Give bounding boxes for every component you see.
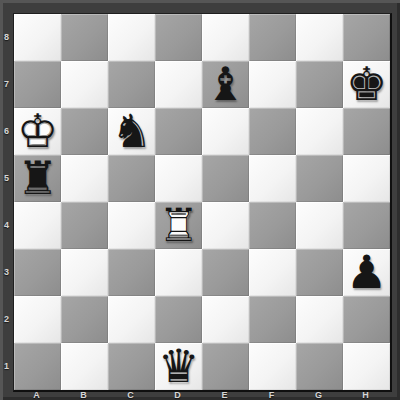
file-label-b: B xyxy=(60,390,107,400)
black-piece-glyph: ♝ xyxy=(202,61,249,108)
square-d5[interactable] xyxy=(155,155,202,202)
square-g8[interactable] xyxy=(296,14,343,61)
square-e2[interactable] xyxy=(202,296,249,343)
square-h6[interactable] xyxy=(343,108,390,155)
square-g7[interactable] xyxy=(296,61,343,108)
rank-label-4: 4 xyxy=(0,201,13,248)
square-a1[interactable] xyxy=(14,343,61,390)
rank-label-8: 8 xyxy=(0,13,13,60)
square-b8[interactable] xyxy=(61,14,108,61)
square-b1[interactable] xyxy=(61,343,108,390)
piece-black-queen-d1[interactable]: ♛ xyxy=(155,343,202,390)
square-b5[interactable] xyxy=(61,155,108,202)
square-f3[interactable] xyxy=(249,249,296,296)
square-e5[interactable] xyxy=(202,155,249,202)
square-b4[interactable] xyxy=(61,202,108,249)
rank-label-1: 1 xyxy=(0,342,13,389)
square-b7[interactable] xyxy=(61,61,108,108)
file-label-c: C xyxy=(107,390,154,400)
black-piece-glyph: ♞ xyxy=(108,108,155,155)
square-c4[interactable] xyxy=(108,202,155,249)
square-d2[interactable] xyxy=(155,296,202,343)
square-f5[interactable] xyxy=(249,155,296,202)
chess-board-frame: ♝♚♚♔♞♜♜♖♟♛ 87654321ABCDEFGH xyxy=(0,0,400,400)
square-e1[interactable] xyxy=(202,343,249,390)
black-piece-glyph: ♚ xyxy=(343,61,390,108)
square-g6[interactable] xyxy=(296,108,343,155)
square-c7[interactable] xyxy=(108,61,155,108)
square-d7[interactable] xyxy=(155,61,202,108)
file-label-h: H xyxy=(342,390,389,400)
square-g4[interactable] xyxy=(296,202,343,249)
square-h1[interactable] xyxy=(343,343,390,390)
rank-label-2: 2 xyxy=(0,295,13,342)
square-g1[interactable] xyxy=(296,343,343,390)
square-a4[interactable] xyxy=(14,202,61,249)
square-a3[interactable] xyxy=(14,249,61,296)
square-e8[interactable] xyxy=(202,14,249,61)
square-b3[interactable] xyxy=(61,249,108,296)
square-d3[interactable] xyxy=(155,249,202,296)
piece-black-pawn-h3[interactable]: ♟ xyxy=(343,249,390,296)
square-b6[interactable] xyxy=(61,108,108,155)
square-b2[interactable] xyxy=(61,296,108,343)
piece-white-king-a6[interactable]: ♚♔ xyxy=(14,108,61,155)
square-a8[interactable] xyxy=(14,14,61,61)
rank-label-7: 7 xyxy=(0,60,13,107)
file-label-e: E xyxy=(201,390,248,400)
chess-board: ♝♚♚♔♞♜♜♖♟♛ xyxy=(13,13,392,392)
square-h2[interactable] xyxy=(343,296,390,343)
file-label-g: G xyxy=(295,390,342,400)
square-g2[interactable] xyxy=(296,296,343,343)
black-piece-glyph: ♜ xyxy=(14,155,61,202)
square-e4[interactable] xyxy=(202,202,249,249)
piece-black-rook-a5[interactable]: ♜ xyxy=(14,155,61,202)
file-label-a: A xyxy=(13,390,60,400)
square-f1[interactable] xyxy=(249,343,296,390)
square-g5[interactable] xyxy=(296,155,343,202)
square-f7[interactable] xyxy=(249,61,296,108)
black-piece-glyph: ♛ xyxy=(155,343,202,390)
square-a2[interactable] xyxy=(14,296,61,343)
square-g3[interactable] xyxy=(296,249,343,296)
rank-label-6: 6 xyxy=(0,107,13,154)
square-h5[interactable] xyxy=(343,155,390,202)
piece-white-rook-d4[interactable]: ♜♖ xyxy=(155,202,202,249)
square-e6[interactable] xyxy=(202,108,249,155)
rank-label-3: 3 xyxy=(0,248,13,295)
square-f8[interactable] xyxy=(249,14,296,61)
square-f2[interactable] xyxy=(249,296,296,343)
square-f6[interactable] xyxy=(249,108,296,155)
square-c3[interactable] xyxy=(108,249,155,296)
square-h4[interactable] xyxy=(343,202,390,249)
file-label-d: D xyxy=(154,390,201,400)
square-d6[interactable] xyxy=(155,108,202,155)
square-c8[interactable] xyxy=(108,14,155,61)
black-piece-glyph: ♟ xyxy=(343,249,390,296)
square-e3[interactable] xyxy=(202,249,249,296)
square-c2[interactable] xyxy=(108,296,155,343)
piece-black-bishop-e7[interactable]: ♝ xyxy=(202,61,249,108)
square-d8[interactable] xyxy=(155,14,202,61)
square-a7[interactable] xyxy=(14,61,61,108)
square-h8[interactable] xyxy=(343,14,390,61)
square-c5[interactable] xyxy=(108,155,155,202)
file-label-f: F xyxy=(248,390,295,400)
square-c1[interactable] xyxy=(108,343,155,390)
piece-black-knight-c6[interactable]: ♞ xyxy=(108,108,155,155)
white-piece-outline: ♔ xyxy=(14,108,61,155)
rank-label-5: 5 xyxy=(0,154,13,201)
square-f4[interactable] xyxy=(249,202,296,249)
white-piece-outline: ♖ xyxy=(155,202,202,249)
piece-black-king-h7[interactable]: ♚ xyxy=(343,61,390,108)
